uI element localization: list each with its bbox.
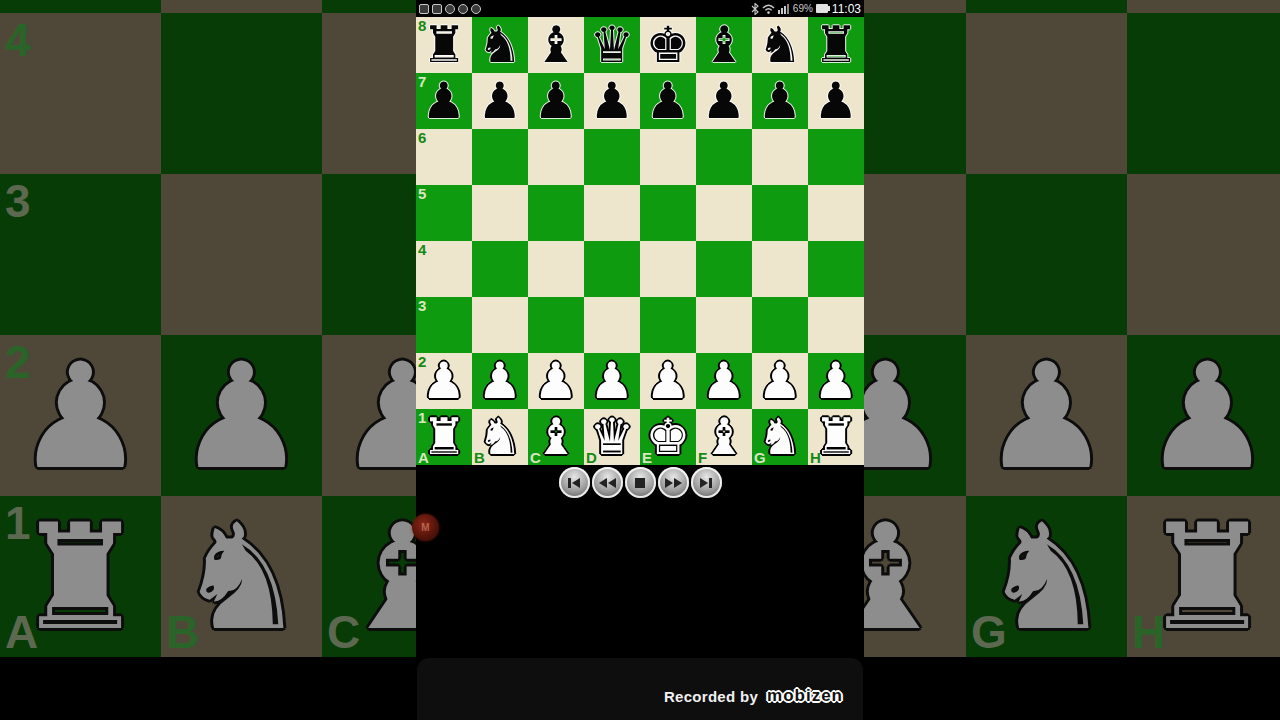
piece-white-pawn[interactable]: ♟ bbox=[528, 353, 584, 409]
status-clock: 11:03 bbox=[832, 3, 861, 15]
battery-percent: 69% bbox=[793, 4, 813, 14]
status-bar: 69% 11:03 bbox=[416, 0, 864, 17]
piece-white-pawn[interactable]: ♟ bbox=[416, 353, 472, 409]
square-c3[interactable] bbox=[528, 297, 584, 353]
piece-white-rook[interactable]: ♜ bbox=[416, 409, 472, 465]
square-e7[interactable]: ♟ bbox=[640, 73, 696, 129]
square-d1[interactable]: D♛ bbox=[584, 409, 640, 465]
square-d2[interactable]: ♟ bbox=[584, 353, 640, 409]
piece-white-king[interactable]: ♚ bbox=[640, 409, 696, 465]
square-h7[interactable]: ♟ bbox=[808, 73, 864, 129]
square-c5[interactable] bbox=[528, 185, 584, 241]
square-f4[interactable] bbox=[696, 241, 752, 297]
square-a4[interactable]: 4 bbox=[416, 241, 472, 297]
square-g7[interactable]: ♟ bbox=[752, 73, 808, 129]
square-h2[interactable]: ♟ bbox=[808, 353, 864, 409]
notification-icon-2 bbox=[432, 4, 442, 14]
square-e8[interactable]: ♚ bbox=[640, 17, 696, 73]
rank-label-3: 3 bbox=[418, 298, 426, 313]
square-h3 bbox=[1127, 174, 1280, 335]
square-c7[interactable]: ♟ bbox=[528, 73, 584, 129]
square-b5[interactable] bbox=[472, 185, 528, 241]
piece-white-rook: ♜ bbox=[1127, 496, 1280, 657]
square-h1: H♜ bbox=[1127, 496, 1280, 657]
square-b4[interactable] bbox=[472, 241, 528, 297]
square-g8[interactable]: ♞ bbox=[752, 17, 808, 73]
square-b1[interactable]: B♞ bbox=[472, 409, 528, 465]
square-b2[interactable]: ♟ bbox=[472, 353, 528, 409]
notification-icon-5 bbox=[471, 4, 481, 14]
rank-label-4: 4 bbox=[5, 17, 31, 63]
rank-label-4: 4 bbox=[418, 242, 426, 257]
piece-white-knight[interactable]: ♞ bbox=[472, 409, 528, 465]
notification-icon-3 bbox=[445, 4, 455, 14]
piece-black-pawn[interactable]: ♟ bbox=[584, 73, 640, 129]
square-a8[interactable]: 8♜ bbox=[416, 17, 472, 73]
square-d8[interactable]: ♛ bbox=[584, 17, 640, 73]
chess-board[interactable]: 8♜♞♝♛♚♝♞♜7♟♟♟♟♟♟♟♟65432♟♟♟♟♟♟♟♟1A♜B♞C♝D♛… bbox=[416, 17, 864, 465]
square-e6[interactable] bbox=[640, 129, 696, 185]
square-a5[interactable]: 5 bbox=[416, 185, 472, 241]
square-d6[interactable] bbox=[584, 129, 640, 185]
square-b8[interactable]: ♞ bbox=[472, 17, 528, 73]
piece-white-rook[interactable]: ♜ bbox=[808, 409, 864, 465]
square-a2: 2♟ bbox=[0, 335, 161, 496]
square-a6[interactable]: 6 bbox=[416, 129, 472, 185]
piece-black-knight[interactable]: ♞ bbox=[752, 17, 808, 73]
square-h8[interactable]: ♜ bbox=[808, 17, 864, 73]
square-a5: 5 bbox=[0, 0, 161, 13]
square-g4 bbox=[966, 13, 1127, 174]
square-f1[interactable]: F♝ bbox=[696, 409, 752, 465]
piece-white-bishop[interactable]: ♝ bbox=[528, 409, 584, 465]
skip-to-end-button[interactable] bbox=[691, 467, 722, 498]
piece-white-bishop[interactable]: ♝ bbox=[696, 409, 752, 465]
piece-white-pawn: ♟ bbox=[966, 335, 1127, 496]
piece-black-pawn[interactable]: ♟ bbox=[752, 73, 808, 129]
square-b4 bbox=[161, 13, 322, 174]
square-g2: ♟ bbox=[966, 335, 1127, 496]
square-h4 bbox=[1127, 13, 1280, 174]
watermark-bar: Recorded by mobizen bbox=[417, 658, 863, 720]
square-d7[interactable]: ♟ bbox=[584, 73, 640, 129]
square-a4: 4 bbox=[0, 13, 161, 174]
piece-black-king[interactable]: ♚ bbox=[640, 17, 696, 73]
piece-black-bishop[interactable]: ♝ bbox=[696, 17, 752, 73]
piece-white-queen[interactable]: ♛ bbox=[584, 409, 640, 465]
rank-label-6: 6 bbox=[418, 130, 426, 145]
square-h6[interactable] bbox=[808, 129, 864, 185]
piece-white-pawn: ♟ bbox=[0, 335, 161, 496]
square-g2[interactable]: ♟ bbox=[752, 353, 808, 409]
square-f7[interactable]: ♟ bbox=[696, 73, 752, 129]
notification-icon-4 bbox=[458, 4, 468, 14]
square-a1[interactable]: 1A♜ bbox=[416, 409, 472, 465]
wifi-icon bbox=[762, 4, 775, 14]
notification-icon-1 bbox=[419, 4, 429, 14]
square-b6[interactable] bbox=[472, 129, 528, 185]
square-g1[interactable]: G♞ bbox=[752, 409, 808, 465]
watermark-text: Recorded by bbox=[664, 688, 758, 705]
square-c1[interactable]: C♝ bbox=[528, 409, 584, 465]
battery-icon bbox=[816, 4, 828, 13]
piece-black-pawn[interactable]: ♟ bbox=[640, 73, 696, 129]
piece-white-pawn: ♟ bbox=[1127, 335, 1280, 496]
skip-to-start-button[interactable] bbox=[559, 467, 590, 498]
square-f8[interactable]: ♝ bbox=[696, 17, 752, 73]
square-f2[interactable]: ♟ bbox=[696, 353, 752, 409]
piece-black-rook[interactable]: ♜ bbox=[808, 17, 864, 73]
piece-black-queen[interactable]: ♛ bbox=[584, 17, 640, 73]
piece-white-pawn[interactable]: ♟ bbox=[752, 353, 808, 409]
square-g5 bbox=[966, 0, 1127, 13]
playback-controls bbox=[416, 465, 864, 515]
piece-white-pawn: ♟ bbox=[161, 335, 322, 496]
rank-label-5: 5 bbox=[418, 186, 426, 201]
square-b7[interactable]: ♟ bbox=[472, 73, 528, 129]
fast-forward-icon bbox=[665, 478, 682, 488]
square-d4[interactable] bbox=[584, 241, 640, 297]
square-a2[interactable]: 2♟ bbox=[416, 353, 472, 409]
square-c4[interactable] bbox=[528, 241, 584, 297]
mobizen-fab-glyph: M bbox=[421, 522, 429, 533]
piece-white-knight[interactable]: ♞ bbox=[752, 409, 808, 465]
notification-area bbox=[419, 4, 481, 14]
piece-black-rook[interactable]: ♜ bbox=[416, 17, 472, 73]
screen: 5432♟♟♟♟♟♟♟♟1A♜B♞C♝D♛E♚F♝G♞H♜ bbox=[0, 0, 1280, 720]
piece-black-bishop[interactable]: ♝ bbox=[528, 17, 584, 73]
square-g3 bbox=[966, 174, 1127, 335]
mobizen-logo: mobizen bbox=[767, 686, 843, 706]
square-e5[interactable] bbox=[640, 185, 696, 241]
square-a7[interactable]: 7♟ bbox=[416, 73, 472, 129]
square-h4[interactable] bbox=[808, 241, 864, 297]
piece-black-pawn[interactable]: ♟ bbox=[472, 73, 528, 129]
mobizen-floating-button[interactable]: M bbox=[412, 514, 439, 541]
signal-icon bbox=[778, 3, 790, 14]
rewind-icon bbox=[599, 478, 616, 488]
square-c2[interactable]: ♟ bbox=[528, 353, 584, 409]
square-h1[interactable]: H♜ bbox=[808, 409, 864, 465]
square-b1: B♞ bbox=[161, 496, 322, 657]
square-b5 bbox=[161, 0, 322, 13]
square-g4[interactable] bbox=[752, 241, 808, 297]
square-e4[interactable] bbox=[640, 241, 696, 297]
square-e2[interactable]: ♟ bbox=[640, 353, 696, 409]
square-g5[interactable] bbox=[752, 185, 808, 241]
square-a3: 3 bbox=[0, 174, 161, 335]
skip-start-icon bbox=[568, 478, 580, 488]
piece-white-pawn[interactable]: ♟ bbox=[472, 353, 528, 409]
square-g1: G♞ bbox=[966, 496, 1127, 657]
square-b3[interactable] bbox=[472, 297, 528, 353]
stop-button[interactable] bbox=[625, 467, 656, 498]
square-e3[interactable] bbox=[640, 297, 696, 353]
piece-white-rook: ♜ bbox=[0, 496, 161, 657]
square-h2: ♟ bbox=[1127, 335, 1280, 496]
square-e1[interactable]: E♚ bbox=[640, 409, 696, 465]
piece-white-pawn[interactable]: ♟ bbox=[584, 353, 640, 409]
square-c8[interactable]: ♝ bbox=[528, 17, 584, 73]
rank-label-3: 3 bbox=[5, 178, 31, 224]
stop-icon bbox=[635, 478, 645, 488]
piece-white-pawn[interactable]: ♟ bbox=[808, 353, 864, 409]
bluetooth-icon bbox=[751, 3, 759, 15]
piece-white-knight: ♞ bbox=[966, 496, 1127, 657]
square-h3[interactable] bbox=[808, 297, 864, 353]
piece-black-pawn[interactable]: ♟ bbox=[696, 73, 752, 129]
square-a3[interactable]: 3 bbox=[416, 297, 472, 353]
square-h5[interactable] bbox=[808, 185, 864, 241]
status-indicators: 69% 11:03 bbox=[751, 3, 861, 15]
square-d3[interactable] bbox=[584, 297, 640, 353]
piece-white-pawn[interactable]: ♟ bbox=[696, 353, 752, 409]
square-g3[interactable] bbox=[752, 297, 808, 353]
square-g6[interactable] bbox=[752, 129, 808, 185]
piece-black-knight[interactable]: ♞ bbox=[472, 17, 528, 73]
piece-white-pawn[interactable]: ♟ bbox=[640, 353, 696, 409]
skip-end-icon bbox=[700, 478, 712, 488]
piece-white-knight: ♞ bbox=[161, 496, 322, 657]
rewind-button[interactable] bbox=[592, 467, 623, 498]
phone-screen: 69% 11:03 8♜♞♝♛♚♝♞♜7♟♟♟♟♟♟♟♟65432♟♟♟♟♟♟♟… bbox=[416, 0, 864, 720]
square-b2: ♟ bbox=[161, 335, 322, 496]
piece-black-pawn[interactable]: ♟ bbox=[528, 73, 584, 129]
square-f5[interactable] bbox=[696, 185, 752, 241]
square-a1: 1A♜ bbox=[0, 496, 161, 657]
square-d5[interactable] bbox=[584, 185, 640, 241]
piece-black-pawn[interactable]: ♟ bbox=[808, 73, 864, 129]
piece-black-pawn[interactable]: ♟ bbox=[416, 73, 472, 129]
square-b3 bbox=[161, 174, 322, 335]
square-f3[interactable] bbox=[696, 297, 752, 353]
square-h5 bbox=[1127, 0, 1280, 13]
square-c6[interactable] bbox=[528, 129, 584, 185]
fast-forward-button[interactable] bbox=[658, 467, 689, 498]
square-f6[interactable] bbox=[696, 129, 752, 185]
